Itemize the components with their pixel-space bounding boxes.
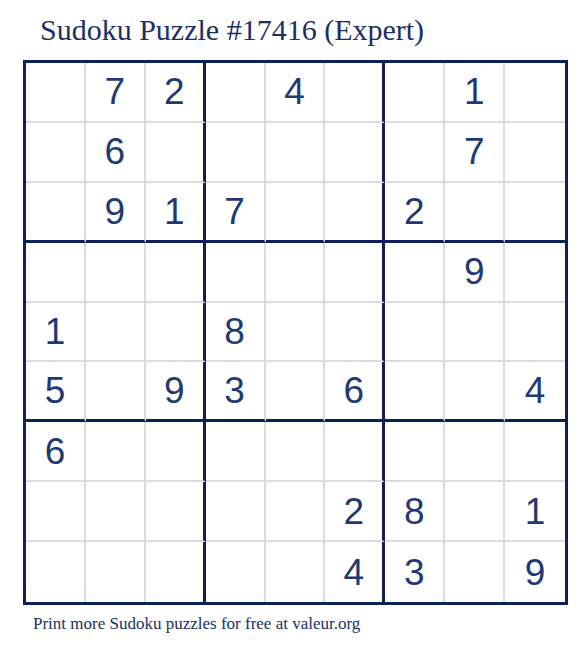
cell-r1c7 [385,63,445,123]
cell-r4c6 [325,243,385,303]
cell-r2c7 [385,123,445,183]
cell-r3c2: 9 [86,183,146,243]
footer-text: Print more Sudoku puzzles for free at va… [33,614,360,634]
cell-r5c5 [266,303,326,363]
cell-r5c4: 8 [206,303,266,363]
cell-r3c1 [26,183,86,243]
cell-r8c3 [146,482,206,542]
cell-r7c1: 6 [26,422,86,482]
cell-r2c5 [266,123,326,183]
cell-r8c4 [206,482,266,542]
cell-r5c3 [146,303,206,363]
cell-r7c3 [146,422,206,482]
puzzle-title: Sudoku Puzzle #17416 (Expert) [40,13,424,47]
cell-r7c9 [505,422,565,482]
cell-r6c9: 4 [505,362,565,422]
cell-r2c1 [26,123,86,183]
cell-r2c9 [505,123,565,183]
cell-r7c4 [206,422,266,482]
cell-r4c5 [266,243,326,303]
cell-r2c4 [206,123,266,183]
cell-r8c6: 2 [325,482,385,542]
cell-r6c1: 5 [26,362,86,422]
cell-r7c6 [325,422,385,482]
cell-r9c9: 9 [505,542,565,602]
cell-r8c2 [86,482,146,542]
cell-r1c1 [26,63,86,123]
cell-r3c7: 2 [385,183,445,243]
cell-r9c1 [26,542,86,602]
cell-r7c7 [385,422,445,482]
cell-r7c8 [445,422,505,482]
cell-r4c1 [26,243,86,303]
cell-r9c7: 3 [385,542,445,602]
cell-r6c7 [385,362,445,422]
cell-r9c5 [266,542,326,602]
cell-r4c8: 9 [445,243,505,303]
cell-r4c2 [86,243,146,303]
cell-r1c2: 7 [86,63,146,123]
cell-r5c8 [445,303,505,363]
cell-r9c2 [86,542,146,602]
cell-r6c3: 9 [146,362,206,422]
cell-r4c4 [206,243,266,303]
cell-r7c5 [266,422,326,482]
cell-r9c3 [146,542,206,602]
cell-r6c4: 3 [206,362,266,422]
cell-r6c6: 6 [325,362,385,422]
cell-r9c6: 4 [325,542,385,602]
cell-r8c5 [266,482,326,542]
cell-r9c8 [445,542,505,602]
cell-r3c3: 1 [146,183,206,243]
cell-r1c4 [206,63,266,123]
cell-r8c7: 8 [385,482,445,542]
cell-r3c8 [445,183,505,243]
cell-r1c6 [325,63,385,123]
cell-r4c9 [505,243,565,303]
cell-r2c6 [325,123,385,183]
cell-r5c9 [505,303,565,363]
cell-r3c4: 7 [206,183,266,243]
cell-r2c2: 6 [86,123,146,183]
cell-r7c2 [86,422,146,482]
cell-r2c3 [146,123,206,183]
cell-r6c5 [266,362,326,422]
cell-r5c6 [325,303,385,363]
cell-r9c4 [206,542,266,602]
cell-r1c5: 4 [266,63,326,123]
cell-r3c5 [266,183,326,243]
cell-r5c7 [385,303,445,363]
cell-r2c8: 7 [445,123,505,183]
cell-r4c3 [146,243,206,303]
cell-r1c8: 1 [445,63,505,123]
cell-r8c1 [26,482,86,542]
cell-r1c3: 2 [146,63,206,123]
cell-r3c9 [505,183,565,243]
cell-r6c2 [86,362,146,422]
cell-r5c2 [86,303,146,363]
cell-r6c8 [445,362,505,422]
sudoku-board: 7241679172918593646281439 [23,60,568,605]
cell-r8c8 [445,482,505,542]
cell-r3c6 [325,183,385,243]
cell-r4c7 [385,243,445,303]
cell-r1c9 [505,63,565,123]
cell-r8c9: 1 [505,482,565,542]
cell-r5c1: 1 [26,303,86,363]
